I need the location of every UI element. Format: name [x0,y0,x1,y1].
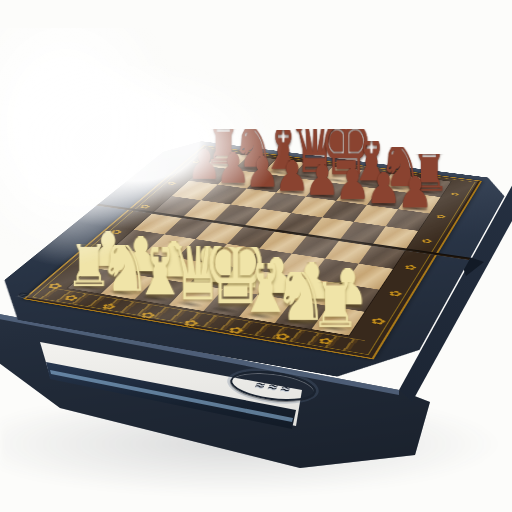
piece-black-pawn-d7[interactable]: ♟ [275,160,307,199]
piece-black-pawn-b7[interactable]: ♟ [216,152,247,191]
piece-white-knight-g1[interactable]: ♞ [274,272,313,332]
piece-white-knight-b1[interactable]: ♞ [99,245,136,303]
piece-white-bishop-f1[interactable]: ♝ [237,263,275,326]
piece-white-rook-a1[interactable]: ♜ [65,244,102,297]
chess-set-photo: ≈≈≈ ✿ ✿ ✿ ✿ ✿ ✿ ✿ ✿ ✿ ✿ ✿ ✿ ✿ ✿ ✿ ✿ ✿ ✿ … [0,0,512,512]
piece-white-queen-d1[interactable]: ♛ [167,246,205,315]
piece-white-king-e1[interactable]: ♚ [202,247,240,321]
badge-script-text: ≈≈≈ [252,376,294,396]
piece-white-bishop-c1[interactable]: ♝ [133,247,170,309]
piece-black-pawn-c7[interactable]: ♟ [245,156,276,195]
piece-white-rook-h1[interactable]: ♜ [310,282,349,338]
piece-black-pawn-e7[interactable]: ♟ [305,164,337,203]
piece-black-pawn-a7[interactable]: ♟ [187,149,218,187]
piece-black-pawn-f7[interactable]: ♟ [335,168,367,208]
piece-black-pawn-h7[interactable]: ♟ [397,176,430,216]
piece-black-pawn-g7[interactable]: ♟ [366,172,398,212]
